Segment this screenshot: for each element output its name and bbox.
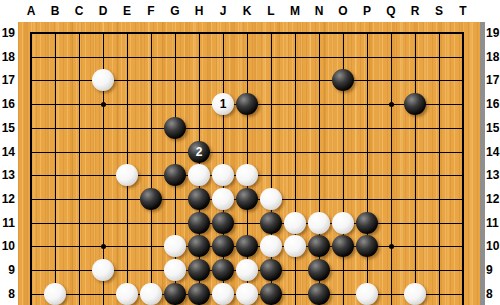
star-point-Q16 (389, 102, 394, 107)
row-label-left-17: 17 (0, 72, 15, 88)
black-stone-J10[interactable] (212, 235, 234, 257)
grid-vline-S (439, 32, 440, 305)
black-stone-L11[interactable] (260, 212, 282, 234)
grid-vline-P (367, 32, 368, 305)
row-label-right-17: 17 (486, 72, 500, 88)
column-label-D: D (94, 3, 112, 19)
white-stone-K13[interactable] (236, 164, 258, 186)
row-label-left-12: 12 (0, 191, 15, 207)
column-label-B: B (46, 3, 64, 19)
black-stone-K16[interactable] (236, 93, 258, 115)
column-label-A: A (22, 3, 40, 19)
star-point-D16 (101, 102, 106, 107)
column-label-T: T (454, 3, 472, 19)
white-stone-D9[interactable] (92, 259, 114, 281)
row-label-right-11: 11 (486, 215, 500, 231)
row-label-right-16: 16 (486, 96, 500, 112)
row-label-left-10: 10 (0, 238, 15, 254)
black-stone-H11[interactable] (188, 212, 210, 234)
grid-hline-18 (30, 57, 464, 58)
grid-hline-15 (30, 128, 464, 129)
black-stone-L9[interactable] (260, 259, 282, 281)
go-diagram: 21 ABCDEFGHJKLMNOPQRST 19191818171716161… (0, 0, 500, 305)
white-stone-E13[interactable] (116, 164, 138, 186)
black-stone-P10[interactable] (356, 235, 378, 257)
row-label-right-13: 13 (486, 167, 500, 183)
grid-vline-F (151, 32, 152, 305)
row-label-left-9: 9 (0, 262, 15, 278)
column-label-F: F (142, 3, 160, 19)
white-stone-J16-move-1[interactable]: 1 (212, 93, 234, 115)
column-label-G: G (166, 3, 184, 19)
row-label-right-9: 9 (486, 262, 500, 278)
grid-vline-C (79, 32, 80, 305)
star-point-D10 (101, 244, 106, 249)
column-label-K: K (238, 3, 256, 19)
grid-vline-M (295, 32, 296, 305)
star-point-Q10 (389, 244, 394, 249)
white-stone-F8[interactable] (140, 283, 162, 305)
black-stone-G8[interactable] (164, 283, 186, 305)
black-stone-H10[interactable] (188, 235, 210, 257)
white-stone-M11[interactable] (284, 212, 306, 234)
white-stone-D17[interactable] (92, 69, 114, 91)
column-label-Q: Q (382, 3, 400, 19)
black-stone-K12[interactable] (236, 188, 258, 210)
row-label-left-18: 18 (0, 49, 15, 65)
row-label-right-15: 15 (486, 120, 500, 136)
board-edge-shadow (480, 22, 485, 305)
white-stone-J8[interactable] (212, 283, 234, 305)
column-label-J: J (214, 3, 232, 19)
grid-hline-19 (30, 32, 464, 34)
white-stone-L10[interactable] (260, 235, 282, 257)
white-stone-N11[interactable] (308, 212, 330, 234)
black-stone-F12[interactable] (140, 188, 162, 210)
black-stone-G15[interactable] (164, 117, 186, 139)
white-stone-O11[interactable] (332, 212, 354, 234)
column-label-P: P (358, 3, 376, 19)
row-label-right-8: 8 (486, 286, 500, 302)
black-stone-R16[interactable] (404, 93, 426, 115)
white-stone-R8[interactable] (404, 283, 426, 305)
black-stone-N8[interactable] (308, 283, 330, 305)
row-label-left-15: 15 (0, 120, 15, 136)
column-label-E: E (118, 3, 136, 19)
column-label-L: L (262, 3, 280, 19)
white-stone-E8[interactable] (116, 283, 138, 305)
grid-vline-R (415, 32, 416, 305)
row-label-right-19: 19 (486, 25, 500, 41)
row-label-right-10: 10 (486, 238, 500, 254)
black-stone-O17[interactable] (332, 69, 354, 91)
column-label-M: M (286, 3, 304, 19)
black-stone-H8[interactable] (188, 283, 210, 305)
black-stone-P11[interactable] (356, 212, 378, 234)
white-stone-B8[interactable] (44, 283, 66, 305)
grid-vline-Q (391, 32, 392, 305)
grid-vline-A (30, 32, 32, 305)
row-label-left-14: 14 (0, 144, 15, 160)
grid-vline-T (462, 32, 464, 305)
row-label-left-8: 8 (0, 286, 15, 302)
white-stone-K9[interactable] (236, 259, 258, 281)
white-stone-J13[interactable] (212, 164, 234, 186)
white-stone-K8[interactable] (236, 283, 258, 305)
black-stone-L8[interactable] (260, 283, 282, 305)
column-label-O: O (334, 3, 352, 19)
column-label-N: N (310, 3, 328, 19)
white-stone-G9[interactable] (164, 259, 186, 281)
white-stone-M10[interactable] (284, 235, 306, 257)
black-stone-N10[interactable] (308, 235, 330, 257)
black-stone-H12[interactable] (188, 188, 210, 210)
row-label-right-14: 14 (486, 144, 500, 160)
row-label-left-13: 13 (0, 167, 15, 183)
row-label-left-16: 16 (0, 96, 15, 112)
white-stone-H13[interactable] (188, 164, 210, 186)
black-stone-J9[interactable] (212, 259, 234, 281)
black-stone-J11[interactable] (212, 212, 234, 234)
black-stone-O10[interactable] (332, 235, 354, 257)
column-label-H: H (190, 3, 208, 19)
grid-hline-14 (30, 152, 464, 153)
row-label-left-19: 19 (0, 25, 15, 41)
column-label-C: C (70, 3, 88, 19)
black-stone-H14-move-2[interactable]: 2 (188, 141, 210, 163)
row-label-right-12: 12 (486, 191, 500, 207)
column-label-R: R (406, 3, 424, 19)
black-stone-N9[interactable] (308, 259, 330, 281)
white-stone-P8[interactable] (356, 283, 378, 305)
black-stone-K10[interactable] (236, 235, 258, 257)
column-label-S: S (430, 3, 448, 19)
white-stone-L12[interactable] (260, 188, 282, 210)
row-label-right-18: 18 (486, 49, 500, 65)
grid-vline-B (55, 32, 56, 305)
white-stone-G10[interactable] (164, 235, 186, 257)
black-stone-H9[interactable] (188, 259, 210, 281)
row-label-left-11: 11 (0, 215, 15, 231)
grid-hline-11 (30, 223, 464, 224)
black-stone-G13[interactable] (164, 164, 186, 186)
white-stone-J12[interactable] (212, 188, 234, 210)
